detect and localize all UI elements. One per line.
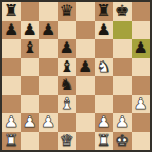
piece-black-knight[interactable]: ♞ <box>60 77 74 93</box>
piece-white-pawn[interactable]: ♟ <box>134 95 148 111</box>
square-h2[interactable] <box>132 113 151 132</box>
square-h8[interactable] <box>132 2 151 21</box>
piece-black-queen[interactable]: ♛ <box>60 3 74 19</box>
piece-black-pawn[interactable]: ♟ <box>97 21 111 37</box>
piece-white-bishop[interactable]: ♝ <box>60 95 74 111</box>
square-f6[interactable] <box>95 39 114 58</box>
square-d5[interactable]: ♝ <box>58 58 77 77</box>
square-b7[interactable]: ♟ <box>21 21 40 40</box>
square-e7[interactable] <box>76 21 95 40</box>
square-c8[interactable] <box>39 2 58 21</box>
square-g3[interactable] <box>113 95 132 114</box>
square-c6[interactable] <box>39 39 58 58</box>
square-h4[interactable] <box>132 76 151 95</box>
square-b4[interactable] <box>21 76 40 95</box>
piece-white-pawn[interactable]: ♟ <box>23 114 37 130</box>
square-b8[interactable] <box>21 2 40 21</box>
square-b3[interactable] <box>21 95 40 114</box>
square-a2[interactable]: ♟ <box>2 113 21 132</box>
square-b5[interactable] <box>21 58 40 77</box>
square-f3[interactable] <box>95 95 114 114</box>
piece-black-rook[interactable]: ♜ <box>4 3 18 19</box>
square-e4[interactable] <box>76 76 95 95</box>
square-f2[interactable]: ♟ <box>95 113 114 132</box>
square-c4[interactable] <box>39 76 58 95</box>
square-a7[interactable]: ♟ <box>2 21 21 40</box>
square-e5[interactable]: ♟ <box>76 58 95 77</box>
square-a3[interactable] <box>2 95 21 114</box>
square-g7[interactable] <box>113 21 132 40</box>
piece-white-queen[interactable]: ♛ <box>60 132 74 148</box>
piece-black-pawn[interactable]: ♟ <box>78 58 92 74</box>
square-b2[interactable]: ♟ <box>21 113 40 132</box>
piece-black-pawn[interactable]: ♟ <box>41 21 55 37</box>
piece-black-pawn[interactable]: ♟ <box>4 21 18 37</box>
square-d1[interactable]: ♛ <box>58 132 77 151</box>
square-f8[interactable]: ♜ <box>95 2 114 21</box>
square-a1[interactable]: ♜ <box>2 132 21 151</box>
square-f7[interactable]: ♟ <box>95 21 114 40</box>
square-g1[interactable]: ♚ <box>113 132 132 151</box>
square-b6[interactable]: ♝ <box>21 39 40 58</box>
square-e8[interactable] <box>76 2 95 21</box>
square-d6[interactable]: ♟ <box>58 39 77 58</box>
square-e2[interactable] <box>76 113 95 132</box>
square-g5[interactable] <box>113 58 132 77</box>
square-h6[interactable]: ♟ <box>132 39 151 58</box>
square-d4[interactable]: ♞ <box>58 76 77 95</box>
piece-white-rook[interactable]: ♜ <box>97 132 111 148</box>
square-e3[interactable] <box>76 95 95 114</box>
square-f5[interactable]: ♞ <box>95 58 114 77</box>
square-g2[interactable]: ♟ <box>113 113 132 132</box>
square-g6[interactable] <box>113 39 132 58</box>
piece-black-rook[interactable]: ♜ <box>97 3 111 19</box>
square-h7[interactable] <box>132 21 151 40</box>
piece-black-pawn[interactable]: ♟ <box>23 21 37 37</box>
square-h1[interactable] <box>132 132 151 151</box>
square-c3[interactable] <box>39 95 58 114</box>
square-d8[interactable]: ♛ <box>58 2 77 21</box>
square-c2[interactable]: ♟ <box>39 113 58 132</box>
square-b1[interactable] <box>21 132 40 151</box>
square-g4[interactable] <box>113 76 132 95</box>
square-d7[interactable] <box>58 21 77 40</box>
piece-black-pawn[interactable]: ♟ <box>134 40 148 56</box>
square-c5[interactable] <box>39 58 58 77</box>
square-e6[interactable] <box>76 39 95 58</box>
square-a4[interactable] <box>2 76 21 95</box>
square-f1[interactable]: ♜ <box>95 132 114 151</box>
piece-black-pawn[interactable]: ♟ <box>60 40 74 56</box>
piece-white-rook[interactable]: ♜ <box>4 132 18 148</box>
square-c7[interactable]: ♟ <box>39 21 58 40</box>
square-f4[interactable] <box>95 76 114 95</box>
piece-white-knight[interactable]: ♞ <box>97 58 111 74</box>
piece-white-pawn[interactable]: ♟ <box>115 114 129 130</box>
square-e1[interactable] <box>76 132 95 151</box>
square-h5[interactable] <box>132 58 151 77</box>
piece-black-bishop[interactable]: ♝ <box>60 58 74 74</box>
square-c1[interactable] <box>39 132 58 151</box>
square-a5[interactable] <box>2 58 21 77</box>
piece-white-king[interactable]: ♚ <box>115 132 129 148</box>
piece-white-pawn[interactable]: ♟ <box>97 114 111 130</box>
square-g8[interactable]: ♚ <box>113 2 132 21</box>
piece-white-pawn[interactable]: ♟ <box>4 114 18 130</box>
square-d3[interactable]: ♝ <box>58 95 77 114</box>
square-a6[interactable] <box>2 39 21 58</box>
square-a8[interactable]: ♜ <box>2 2 21 21</box>
chess-board: ♜♛♜♚♟♟♟♟♝♟♟♝♟♞♞♝♟♟♟♟♟♟♜♛♜♚ <box>0 0 152 152</box>
piece-black-bishop[interactable]: ♝ <box>23 40 37 56</box>
piece-black-king[interactable]: ♚ <box>115 3 129 19</box>
square-h3[interactable]: ♟ <box>132 95 151 114</box>
piece-white-pawn[interactable]: ♟ <box>41 114 55 130</box>
square-d2[interactable] <box>58 113 77 132</box>
